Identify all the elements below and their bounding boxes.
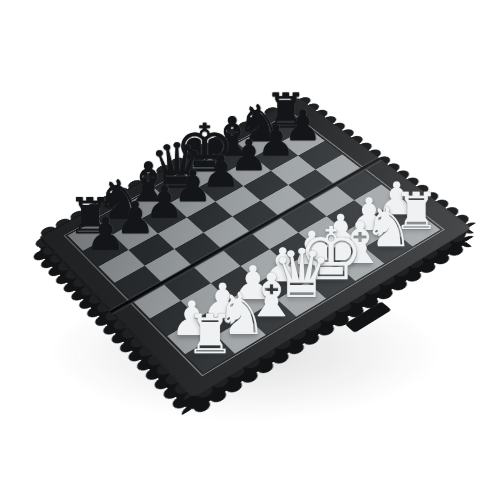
chess-set-photo: ♜♞♝♛♚♝♞♜♟♟♟♟♟♟♟♟♟♟♟♟♟♟♟♟♜♞♝♛♚♝♞♜	[0, 0, 500, 500]
